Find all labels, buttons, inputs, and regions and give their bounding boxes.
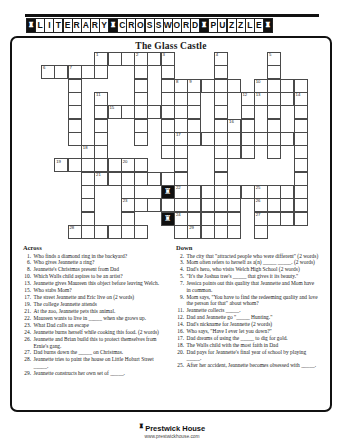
crossword-cell[interactable] [147,172,161,186]
crossword-cell[interactable] [94,225,108,239]
crossword-cell[interactable] [267,212,281,226]
crossword-cell[interactable] [201,132,215,146]
clue-number: 9 [189,80,191,84]
clue: 14.Dad's nickname for Jeannette (2 words… [176,321,319,327]
crossword-cell[interactable] [134,172,148,186]
crossword-cell[interactable] [267,119,281,133]
crossword-cell[interactable] [68,105,82,119]
clue-text: Dad's nickname for Jeannette (2 words) [187,321,320,327]
clue-list-number: 28. [23,356,34,369]
clue-text: "It's the Joshua tree's _____ that gives… [187,273,320,279]
publisher-name: Prestwick House [145,424,205,433]
clue-text: Maureen wants to live in _____ when she … [34,315,167,321]
clue-number: 6 [43,66,45,70]
crossword-cell[interactable] [68,92,82,106]
crossword-cell[interactable]: 19 [54,158,68,172]
footer: ♜Prestwick House www.prestwickhouse.com [0,415,344,439]
clue: 29.Jeannette constructs her own set of _… [23,370,166,376]
crossword-cell[interactable]: 29 [187,225,201,239]
clue-text: Mom says, "You have to find the redeemin… [187,294,320,307]
crossword-cell[interactable]: 22 [174,185,188,199]
crossword-cell[interactable] [81,158,95,172]
clue-number: 24 [176,213,181,217]
clue-text: Jeannette constructs her own set of ____… [34,370,167,376]
crossword-cell[interactable] [68,79,82,93]
crossword-cell[interactable] [241,185,255,199]
publisher-brand: ♜Prestwick House [139,424,205,433]
crossword-cell[interactable] [161,132,175,146]
crossword-cell[interactable] [214,172,228,186]
crossword-cell[interactable] [201,185,215,199]
clue-number: 12 [242,93,247,97]
clue: 8.Jeannette's Christmas present from Dad [23,266,166,272]
clue-number: 20 [123,160,128,164]
clue-number: 4 [216,53,218,57]
crossword-cell[interactable] [241,105,255,119]
crossword-cell[interactable] [201,79,215,93]
clue-text: Jeannette tries to paint the house on Li… [34,356,167,369]
clue-list-number: 11. [176,307,187,313]
crossword-cell[interactable] [187,198,201,212]
crossword-cell[interactable] [161,119,175,133]
crossword-cell[interactable] [294,105,308,119]
clue-number: 13 [256,93,261,97]
crossword-cell[interactable] [280,92,294,106]
puzzle-page: { "game": "crossword", "position": [ "##… [0,0,344,445]
crossword-cell[interactable] [108,225,122,239]
crossword-cell[interactable] [121,212,135,226]
crossword-cell[interactable] [227,212,241,226]
clue: 12.Dad and Jeannette go "_____ Hunting." [176,314,319,320]
clue: 15.Who stabs Mom? [23,287,166,293]
crossword-cell[interactable]: 25 [254,185,268,199]
clue: 3.Mom often refers to herself as a(n) __… [176,259,319,265]
crossword-cell[interactable] [280,185,294,199]
clue-list-number: 17. [23,294,34,300]
crossword-cell[interactable] [134,132,148,146]
crossword-cell[interactable] [241,145,255,159]
crossword-cell[interactable] [161,65,175,79]
clue-list-number: 13. [23,280,34,286]
clue-text: Who says, "Have I ever let you down?" [187,328,320,334]
crossword-cell[interactable] [227,132,241,146]
crossword-cell[interactable] [94,132,108,146]
crossword-cell[interactable] [134,158,148,172]
clue: 11.Jeannette collects _____. [176,307,319,313]
crossword-cell[interactable] [121,185,135,199]
publisher-logo-icon: ♜ [139,423,144,429]
crossword-cell[interactable] [214,119,228,133]
crossword-cell[interactable] [161,79,175,93]
crossword-cell[interactable]: 2 [134,52,148,66]
clue: 23.What Dad calls an escape [23,322,166,328]
clue-list-number: 15. [23,287,34,293]
crossword-cell[interactable] [187,132,201,146]
crossword-cell[interactable] [174,225,188,239]
crossword-cell[interactable] [81,212,95,226]
clue-text: Jeannette gives Maureen this object befo… [34,280,167,286]
clue-list-number: 12. [176,314,187,320]
clue-list-number: 18. [176,342,187,348]
clue-number: 22 [176,186,181,190]
crossword-cell[interactable] [214,225,228,239]
clue-text: Dad pays for Jeannette's final year of s… [187,349,320,362]
clue-list-number: 1. [23,253,34,259]
clue-number: 17 [176,133,181,137]
crossword-cell[interactable] [280,198,294,212]
crossword-cell[interactable] [161,92,175,106]
crossword-cell[interactable] [81,65,95,79]
crossword-cell[interactable] [214,185,228,199]
crossword-cell[interactable]: 20 [121,158,135,172]
clue-list-number: 5. [176,273,187,279]
clue-list-number: 10. [23,273,34,279]
crossword-cell[interactable] [294,212,308,226]
clue-number: 8 [176,80,178,84]
clue-text: After her accident, Jeannette becomes ob… [187,362,320,368]
crossword-cell[interactable] [147,105,161,119]
clue-list-number: 23. [23,322,34,328]
clue-number: 15 [109,106,114,110]
crossword-cell[interactable] [134,105,148,119]
crossword-cell[interactable] [134,225,148,239]
crossword-cell[interactable]: 15 [108,105,122,119]
crossword-cell[interactable]: 11 [94,92,108,106]
crossword-cell[interactable] [161,105,175,119]
crossword-cell[interactable] [147,52,161,66]
crossword-cell[interactable]: 16 [227,119,241,133]
clue-list-number: 3. [176,259,187,265]
crossword-cell[interactable]: 26 [254,198,268,212]
crossword-cell[interactable] [174,105,188,119]
clue-list-number: 26. [23,336,34,349]
crossword-cell[interactable] [94,65,108,79]
clue-text: The street Jeannette and Eric live on (2… [34,294,167,300]
clue-list-number: 29. [23,370,34,376]
crossword-cell[interactable]: 23 [121,198,135,212]
crossword-cell[interactable]: 28 [68,225,82,239]
clue-text: Jeannette and Brian build this to protec… [34,336,167,349]
clue: 24.Jeannette burns herself while cooking… [23,329,166,335]
top-rule [25,14,319,17]
crossword-cell[interactable] [108,172,122,186]
clue-number: 16 [229,120,234,124]
logo-block-cell: ♜ [161,212,175,226]
clue: 22.Maureen wants to live in _____ when s… [23,315,166,321]
down-clue-list: 2.The city that "attracted people who we… [176,253,319,369]
crossword-cell[interactable] [201,198,215,212]
clue: 19.The college Jeannette attends [23,301,166,307]
crossword-cell[interactable]: 21 [94,172,108,186]
clue-list-number: 6. [23,259,34,265]
clue-number: 28 [69,226,74,230]
crossword-cell[interactable] [187,185,201,199]
crossword-cell[interactable] [187,212,201,226]
clue-number: 3 [163,53,165,57]
clue-text: Mom often refers to herself as a(n) ____… [187,259,320,265]
crossword-cell[interactable] [241,132,255,146]
crossword-cell[interactable] [147,198,161,212]
clue-list-number: 2. [176,253,187,259]
clue: 28.Jeannette tries to paint the house on… [23,356,166,369]
header-strip: ♜LITERARY♜CROSSWORD♜PUZZLE♜ [27,18,273,33]
crossword-cell[interactable] [94,119,108,133]
clue: 13.Jeannette gives Maureen this object b… [23,280,166,286]
crossword-cell[interactable] [108,158,122,172]
crossword-cell[interactable]: 1 [94,52,108,66]
crossword-cell[interactable] [267,198,281,212]
clue-text: Jeannette collects _____. [187,307,320,313]
crossword-cell[interactable] [161,145,175,159]
crossword-cell[interactable]: 4 [214,52,228,66]
crossword-cell[interactable]: 9 [187,79,201,93]
crossword-cell[interactable] [214,79,228,93]
crossword-cell[interactable] [294,198,308,212]
crossword-cell[interactable] [267,105,281,119]
crossword-cell[interactable] [294,158,308,172]
clue-text: Dad burns down the _____ on Christmas. [34,349,167,355]
clue-number: 19 [56,160,61,164]
clue-number: 25 [256,186,261,190]
crossword-cell[interactable] [94,105,108,119]
clue-text: Dad and Jeannette go "_____ Hunting." [187,314,320,320]
crossword-cell[interactable] [227,185,241,199]
crossword-cell[interactable] [214,65,228,79]
publisher-logo-icon: ♜ [263,18,273,33]
crossword-cell[interactable] [187,119,201,133]
crossword-cell[interactable] [187,105,201,119]
crossword-cell[interactable] [267,79,281,93]
clue-text: Dad dreams of using the _____ to dig for… [187,335,320,341]
clue: 1.Who finds a diamond ring in the backya… [23,253,166,259]
crossword-cell[interactable] [294,185,308,199]
crossword-cell[interactable] [214,105,228,119]
clue-number: 18 [83,146,88,150]
crossword-cell[interactable] [121,52,135,66]
crossword-cell[interactable] [280,79,294,93]
clue-list-number: 21. [23,308,34,314]
crossword-cell[interactable] [227,79,241,93]
crossword-cell[interactable]: 13 [254,92,268,106]
clue-text: Who finds a diamond ring in the backyard… [34,253,167,259]
clue-text: The college Jeannette attends [34,301,167,307]
crossword-cell[interactable] [134,92,148,106]
across-clues: Across 1.Who finds a diamond ring in the… [18,244,171,377]
crossword-cell[interactable]: 17 [174,132,188,146]
clue-text: The Walls child with the most faith in D… [187,342,320,348]
clue: 25.After her accident, Jeannette becomes… [176,362,319,368]
publisher-url: www.prestwickhouse.com [0,434,344,439]
clue: 4.Dad's hero, who visits Welch High Scho… [176,266,319,272]
clue: 17.Dad dreams of using the _____ to dig … [176,335,319,341]
crossword-cell[interactable] [121,172,135,186]
down-heading: Down [176,244,319,251]
clue-number: 21 [96,173,101,177]
crossword-cell[interactable] [214,212,228,226]
crossword-cell[interactable] [241,119,255,133]
crossword-cell[interactable] [81,172,95,186]
clue-list-number: 7. [176,280,187,293]
crossword-cell[interactable] [121,225,135,239]
clue-text: Jeannette burns herself while cooking th… [34,329,167,335]
logo-block-cell: ♜ [161,185,175,199]
clue-list-number: 27. [23,349,34,355]
crossword-cell[interactable]: 27 [254,212,268,226]
crossword-cell[interactable] [214,132,228,146]
clue: 20.Dad pays for Jeannette's final year o… [176,349,319,362]
clue-number: 26 [256,199,261,203]
clue-number: 11 [96,93,100,97]
clue: 18.The Walls child with the most faith i… [176,342,319,348]
crossword-cell[interactable] [214,145,228,159]
crossword-cell[interactable]: 12 [241,92,255,106]
clue-list-number: 20. [176,349,187,362]
clue-text: What Dad calls an escape [34,322,167,328]
crossword-cell[interactable] [81,198,95,212]
crossword-cell[interactable] [294,79,308,93]
crossword-cell[interactable] [161,172,175,186]
crossword-cell[interactable] [267,92,281,106]
crossword-cell[interactable]: 14 [294,92,308,106]
crossword-cell[interactable] [267,185,281,199]
clue-text: Jeannette's Christmas present from Dad [34,266,167,272]
clue-text: Who gives Jeannette a ring? [34,259,167,265]
crossword-cell[interactable] [81,185,95,199]
crossword-cell[interactable] [134,198,148,212]
crossword-cell[interactable] [108,52,122,66]
crossword-cell[interactable] [280,212,294,226]
page-title: The Glass Castle [12,41,330,51]
across-clue-list: 1.Who finds a diamond ring in the backya… [23,253,166,377]
clue-list-number: 16. [176,328,187,334]
crossword-cell[interactable] [174,172,188,186]
clue-number: 14 [296,93,301,97]
crossword-cell[interactable] [214,92,228,106]
crossword-cell[interactable]: 6 [41,65,55,79]
crossword-cell[interactable] [294,132,308,146]
clue-list-number: 4. [176,266,187,272]
crossword-cell[interactable] [294,119,308,133]
clue: 17.The street Jeannette and Eric live on… [23,294,166,300]
clue: 21.At the zoo, Jeannette pets this anima… [23,308,166,314]
crossword-cell[interactable] [94,158,108,172]
crossword-cell[interactable] [267,65,281,79]
clue-text: At the zoo, Jeannette pets this animal. [34,308,167,314]
crossword-cell[interactable]: 8 [174,79,188,93]
clue-list-number: 8. [23,266,34,272]
clue-number: 29 [189,226,194,230]
crossword-cell[interactable] [267,145,281,159]
clue: 9.Mom says, "You have to find the redeem… [176,294,319,307]
crossword-cell[interactable]: 10 [254,79,268,93]
crossword-cell[interactable] [227,198,241,212]
clue-list-number: 14. [176,321,187,327]
clue-list-number: 19. [23,301,34,307]
clue-text: Which Walls child aspires to be an artis… [34,273,167,279]
clue-list-number: 25. [176,362,187,368]
clue-lists: Across 1.Who finds a diamond ring in the… [18,244,324,377]
crossword-cell[interactable] [254,225,268,239]
clue-list-number: 22. [23,315,34,321]
down-clues: Down 2.The city that "attracted people w… [171,244,324,377]
crossword-cell[interactable] [134,119,148,133]
clue-number: 1 [96,53,98,57]
crossword-cell[interactable]: 18 [81,145,95,159]
crossword-cell[interactable]: 3 [161,52,175,66]
clue-text: Who stabs Mom? [34,287,167,293]
crossword-cell[interactable] [68,119,82,133]
crossword-cell[interactable]: 5 [267,52,281,66]
crossword-cell[interactable] [68,132,82,146]
crossword-cell[interactable] [134,79,148,93]
crossword-cell[interactable] [201,212,215,226]
crossword-cell[interactable] [174,145,188,159]
clue: 5."It's the Joshua tree's _____ that giv… [176,273,319,279]
crossword-cell[interactable] [94,145,108,159]
across-heading: Across [23,244,166,251]
crossword-cell[interactable] [81,225,95,239]
clue-number: 27 [256,213,261,217]
crossword-cell[interactable] [227,225,241,239]
clue-number: 23 [123,199,128,203]
crossword-cell[interactable] [174,158,188,172]
clue-number: 5 [269,53,271,57]
clue-list-number: 24. [23,329,34,335]
clue-list-number: 9. [176,294,187,307]
crossword-grid: 123456789101112131415161718192021♜222523… [41,52,308,239]
crossword-cell[interactable] [214,158,228,172]
clue-number: 10 [256,80,261,84]
crossword-cell[interactable] [68,158,82,172]
crossword-cell[interactable] [161,198,175,212]
crossword-cell[interactable] [294,172,308,186]
clue-number: 7 [69,66,71,70]
crossword-cell[interactable] [174,198,188,212]
crossword-cell[interactable] [54,65,68,79]
crossword-cell[interactable] [121,105,135,119]
clue-text: The city that "attracted people who were… [187,253,320,259]
puzzle-panel: The Glass Castle 12345678910111213141516… [10,36,332,412]
crossword-cell[interactable] [187,92,201,106]
crossword-cell[interactable]: 7 [68,65,82,79]
clue-list-number: 17. [176,335,187,341]
clue-text: Jessica points out this quality that Jea… [187,280,320,293]
clue: 27.Dad burns down the _____ on Christmas… [23,349,166,355]
clue: 2.The city that "attracted people who we… [176,253,319,259]
crossword-cell[interactable] [254,132,268,146]
clue: 7.Jessica points out this quality that J… [176,280,319,293]
crossword-cell[interactable] [294,145,308,159]
crossword-cell[interactable]: 24 [174,212,188,226]
crossword-cell[interactable] [201,225,215,239]
clue: 26.Jeannette and Brian build this to pro… [23,336,166,349]
crossword-cell[interactable] [280,132,294,146]
crossword-cell[interactable] [134,65,148,79]
clue-number: 2 [136,53,138,57]
clue: 10.Which Walls child aspires to be an ar… [23,273,166,279]
clue: 16.Who says, "Have I ever let you down?" [176,328,319,334]
crossword-cell[interactable] [214,198,228,212]
crossword-cell[interactable] [227,145,241,159]
clue: 6.Who gives Jeannette a ring? [23,259,166,265]
clue-text: Dad's hero, who visits Welch High School… [187,266,320,272]
crossword-cell[interactable] [267,132,281,146]
